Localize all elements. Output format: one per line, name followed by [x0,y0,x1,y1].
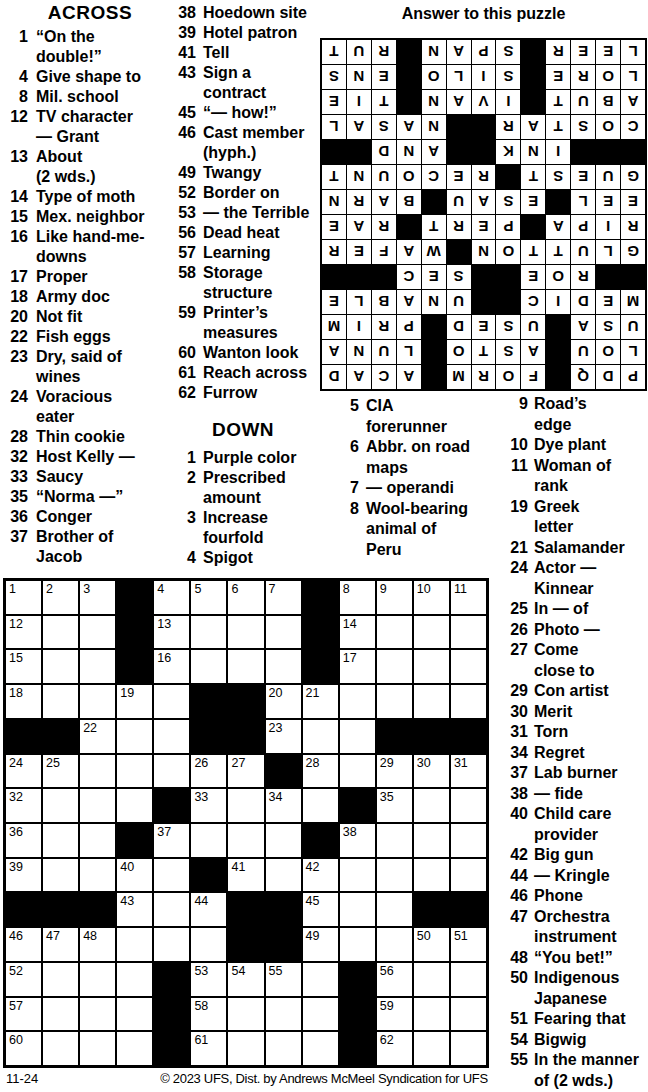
grid-cell-r6c7[interactable]: 27 [228,755,263,788]
clue-text: Tell [203,43,317,63]
clue-number: 5 [333,396,359,417]
grid-cell-r1c13[interactable]: 11 [451,581,486,614]
cell-number: 18 [9,686,23,700]
grid-cell-r8c2[interactable] [43,824,78,857]
cell-number: 54 [231,964,245,978]
grid-cell-r6c9[interactable]: 28 [303,755,338,788]
black-cell-r10c1 [6,893,41,926]
clue-down-6: 6Abbr. on road maps [333,437,498,478]
clue-text: Dye plant [534,435,646,456]
clue-number: 50 [502,968,528,989]
clue-text: Child care provider [534,804,646,845]
grid-cell-r9c2[interactable] [43,859,78,892]
clue-number: 32 [2,447,28,467]
cell-number: 57 [9,999,23,1013]
clue-number: 49 [170,163,196,183]
cell-number: 62 [380,1033,394,1047]
grid-cell-r10c5[interactable] [154,893,189,926]
cell-number: 10 [417,582,431,596]
grid-cell-r10c10[interactable] [340,893,375,926]
puzzle-grid: 1234567891011121314151617181920212223242… [3,578,489,1068]
grid-cell-r11c5[interactable] [154,928,189,961]
grid-cell-r7c6[interactable]: 33 [191,789,226,822]
grid-cell-r10c4[interactable]: 43 [117,893,152,926]
cell-number: 17 [343,651,357,665]
clue-down-1: 1Purple color [170,448,317,468]
across-header: ACROSS [20,2,160,24]
grid-cell-r7c12[interactable] [414,789,449,822]
answer-cell-r9c11: U [372,165,396,189]
grid-cell-r12c6[interactable]: 53 [191,963,226,996]
answer-cell-r8c13: N [322,190,346,214]
answer-cell-r12c12: I [347,90,371,114]
answer-cell-r11c2: O [596,115,620,139]
grid-cell-r4c8[interactable]: 20 [266,685,301,718]
grid-cell-r7c11[interactable]: 35 [377,789,412,822]
grid-cell-r4c3[interactable] [80,685,115,718]
clue-across-12: 12TV character — Grant [2,107,156,147]
grid-cell-r5c9[interactable] [303,720,338,753]
clue-number: 31 [502,722,528,743]
clue-down-9: 9Road’s edge [502,394,646,435]
answer-cell-r1c13: D [322,365,346,389]
grid-cell-r1c5[interactable]: 4 [154,581,189,614]
grid-cell-r9c8[interactable] [266,859,301,892]
grid-cell-r13c2[interactable] [43,998,78,1031]
grid-cell-r11c12[interactable]: 50 [414,928,449,961]
answer-cell-r4c1: M [621,290,645,314]
grid-cell-r9c4[interactable]: 40 [117,859,152,892]
grid-cell-r3c5[interactable]: 16 [154,650,189,683]
grid-cell-r1c7[interactable]: 6 [228,581,263,614]
clue-across-23: 23Dry, said of wines [2,347,156,387]
clue-number: 58 [170,263,196,283]
clue-across-14: 14Type of moth [2,187,156,207]
grid-cell-r4c4[interactable]: 19 [117,685,152,718]
grid-cell-r12c1[interactable]: 52 [6,963,41,996]
cell-number: 51 [454,929,468,943]
clue-text: — Kringle [534,866,646,887]
answer-cell-r5c3: R [571,265,595,289]
clue-text: Mil. school [36,87,156,107]
answer-cell-r10c10: N [397,140,421,164]
answer-cell-r11c10: A [397,115,421,139]
answer-cell-r3c13: M [322,315,346,339]
answer-cell-r13c12: N [347,65,371,89]
grid-cell-r11c3[interactable]: 48 [80,928,115,961]
black-cell-r5c2 [43,720,78,753]
black-cell-r3c9 [303,650,338,683]
grid-cell-r14c7[interactable] [228,1032,263,1065]
answer-cell-r9c8: E [447,165,471,189]
clue-across-22: 22Fish eggs [2,327,156,347]
grid-cell-r11c4[interactable] [117,928,152,961]
clue-down-42: 42Big gun [502,845,646,866]
black-cell-r10c2 [43,893,78,926]
grid-cell-r2c11[interactable] [377,616,412,649]
grid-cell-r6c4[interactable] [117,755,152,788]
grid-cell-r2c7[interactable] [228,616,263,649]
black-cell-r4c6 [191,685,226,718]
answer-cell-r9c12: N [347,165,371,189]
grid-cell-r12c12[interactable] [414,963,449,996]
grid-cell-r12c8[interactable]: 55 [266,963,301,996]
grid-cell-r4c10[interactable] [340,685,375,718]
answer-cell-r13c2: O [596,65,620,89]
grid-cell-r4c11[interactable] [377,685,412,718]
grid-cell-r3c11[interactable] [377,650,412,683]
grid-cell-r11c9[interactable]: 49 [303,928,338,961]
clue-text: Lab burner [534,763,646,784]
clue-number: 28 [2,427,28,447]
grid-cell-r13c11[interactable]: 59 [377,998,412,1031]
grid-cell-r8c6[interactable] [191,824,226,857]
grid-cell-r14c12[interactable] [414,1032,449,1065]
grid-cell-r13c12[interactable] [414,998,449,1031]
grid-cell-r4c5[interactable] [154,685,189,718]
grid-cell-r7c1[interactable]: 32 [6,789,41,822]
grid-cell-r3c2[interactable] [43,650,78,683]
grid-cell-r4c13[interactable] [451,685,486,718]
answer-cell-r14c2: E [596,40,620,64]
crossword-page: ACROSS 1“On the double!”4Give shape to8M… [0,0,648,1092]
grid-cell-r11c6[interactable] [191,928,226,961]
grid-cell-r2c3[interactable] [80,616,115,649]
answer-cell-r10c4: I [546,140,570,164]
answer-cell-r2c8: O [447,340,471,364]
answer-cell-r14c12: U [347,40,371,64]
clue-number: 55 [502,1050,528,1071]
grid-cell-r6c13[interactable]: 31 [451,755,486,788]
grid-cell-r6c2[interactable]: 25 [43,755,78,788]
grid-cell-r6c3[interactable] [80,755,115,788]
grid-cell-r3c10[interactable]: 17 [340,650,375,683]
clue-down-3: 3Increase fourfold [170,508,317,548]
answer-cell-r9c10: O [397,165,421,189]
clue-number: 1 [2,27,28,47]
cell-number: 6 [231,582,238,596]
black-cell-r12c5 [154,963,189,996]
grid-cell-r6c11[interactable]: 29 [377,755,412,788]
grid-cell-r8c11[interactable] [377,824,412,857]
clue-down-31: 31Torn [502,722,646,743]
black-cell-r5c1 [6,720,41,753]
black-cell-r1c9 [303,581,338,614]
grid-cell-r9c3[interactable] [80,859,115,892]
grid-cell-r1c3[interactable]: 3 [80,581,115,614]
answer-cell-r8c7: A [472,190,496,214]
grid-cell-r11c11[interactable] [377,928,412,961]
grid-cell-r6c5[interactable] [154,755,189,788]
grid-cell-r4c12[interactable] [414,685,449,718]
black-cell-r13c10 [397,65,421,89]
grid-cell-r3c8[interactable] [266,650,301,683]
answer-cell-r4c13: E [322,290,346,314]
answer-cell-r14c1: L [621,40,645,64]
grid-cell-r7c8[interactable]: 34 [266,789,301,822]
cell-number: 34 [269,790,283,804]
grid-cell-r1c12[interactable]: 10 [414,581,449,614]
answer-cell-r4c10: A [397,290,421,314]
clue-across-24: 24Voracious eater [2,387,156,427]
grid-cell-r2c1[interactable]: 12 [6,616,41,649]
grid-cell-r8c10[interactable]: 38 [340,824,375,857]
clue-text: Army doc [36,287,156,307]
grid-cell-r14c9[interactable] [303,1032,338,1065]
grid-cell-r14c8[interactable] [266,1032,301,1065]
answer-cell-r1c3: Q [571,365,595,389]
clue-across-57: 57Learning [170,243,317,263]
grid-cell-r2c5[interactable]: 13 [154,616,189,649]
clue-across-60: 60Wanton look [170,343,317,363]
answer-cell-r13c4: E [546,65,570,89]
clue-number: 46 [170,123,196,143]
clue-number: 38 [170,3,196,23]
grid-cell-r7c9[interactable] [303,789,338,822]
clue-text: Bigwig [534,1030,646,1051]
answer-cell-r8c8: U [447,190,471,214]
clue-number: 16 [2,227,28,247]
grid-cell-r7c4[interactable] [117,789,152,822]
grid-cell-r7c3[interactable] [80,789,115,822]
clue-number: 37 [2,527,28,547]
grid-cell-r6c10[interactable] [340,755,375,788]
cell-number: 2 [46,582,53,596]
clue-across-28: 28Thin cookie [2,427,156,447]
black-cell-r5c11 [377,720,412,753]
grid-cell-r9c11[interactable] [377,859,412,892]
grid-cell-r1c11[interactable]: 9 [377,581,412,614]
grid-cell-r6c12[interactable]: 30 [414,755,449,788]
grid-cell-r3c3[interactable] [80,650,115,683]
cell-number: 24 [9,756,23,770]
grid-cell-r10c6[interactable]: 44 [191,893,226,926]
grid-cell-r3c12[interactable] [414,650,449,683]
answer-cell-r6c11: F [372,240,396,264]
grid-cell-r5c4[interactable] [117,720,152,753]
answer-cell-r8c11: A [372,190,396,214]
grid-cell-r8c13[interactable] [451,824,486,857]
grid-cell-r2c10[interactable]: 14 [340,616,375,649]
grid-cell-r13c4[interactable] [117,998,152,1031]
grid-cell-r12c7[interactable]: 54 [228,963,263,996]
cell-number: 25 [46,756,60,770]
clue-across-13: 13About (2 wds.) [2,147,156,187]
grid-cell-r11c1[interactable]: 46 [6,928,41,961]
clue-number: 52 [170,183,196,203]
black-cell-r5c6 [191,720,226,753]
grid-cell-r12c2[interactable] [43,963,78,996]
black-cell-r6c8 [266,755,301,788]
grid-cell-r13c9[interactable] [303,998,338,1031]
grid-cell-r7c2[interactable] [43,789,78,822]
grid-cell-r9c13[interactable] [451,859,486,892]
grid-cell-r3c1[interactable]: 15 [6,650,41,683]
cell-number: 28 [306,756,320,770]
grid-cell-r12c9[interactable] [303,963,338,996]
grid-cell-r8c1[interactable]: 36 [6,824,41,857]
cell-number: 39 [9,860,23,874]
clue-text: Road’s edge [534,394,646,435]
black-cell-r9c6 [496,165,520,189]
clue-number: 60 [170,343,196,363]
grid-cell-r14c6[interactable]: 61 [191,1032,226,1065]
grid-cell-r1c1[interactable]: 1 [6,581,41,614]
answer-cell-r14c3: E [571,40,595,64]
grid-cell-r14c11[interactable]: 62 [377,1032,412,1065]
clue-text: — operandi [366,478,498,499]
answer-cell-r12c9: N [422,90,446,114]
clue-across-33: 33Saucy [2,467,156,487]
grid-cell-r2c2[interactable] [43,616,78,649]
grid-cell-r13c3[interactable] [80,998,115,1031]
grid-cell-r8c12[interactable] [414,824,449,857]
grid-cell-r10c11[interactable] [377,893,412,926]
grid-cell-r9c9[interactable]: 42 [303,859,338,892]
grid-cell-r7c7[interactable] [228,789,263,822]
grid-cell-r9c1[interactable]: 39 [6,859,41,892]
down-header: DOWN [173,419,313,441]
grid-cell-r13c1[interactable]: 57 [6,998,41,1031]
grid-cell-r10c9[interactable]: 45 [303,893,338,926]
answer-cell-r8c3: L [571,190,595,214]
black-cell-r10c8 [447,140,471,164]
grid-cell-r7c13[interactable] [451,789,486,822]
grid-cell-r13c7[interactable] [228,998,263,1031]
grid-cell-r5c3[interactable]: 22 [80,720,115,753]
answer-cell-r10c5: N [521,140,545,164]
clue-text: Dry, said of wines [36,347,156,387]
answer-cell-r2c1: L [621,340,645,364]
black-cell-r8c9 [422,190,446,214]
grid-cell-r3c6[interactable] [191,650,226,683]
grid-cell-r1c2[interactable]: 2 [43,581,78,614]
grid-cell-r12c11[interactable]: 56 [377,963,412,996]
grid-cell-r13c8[interactable] [266,998,301,1031]
clue-number: 41 [170,43,196,63]
grid-cell-r2c6[interactable] [191,616,226,649]
grid-cell-r14c2[interactable] [43,1032,78,1065]
answer-cell-r14c6: S [496,40,520,64]
cell-number: 33 [194,790,208,804]
grid-cell-r9c5[interactable] [154,859,189,892]
black-cell-r7c10 [340,789,375,822]
clue-across-35: 35“Norma —” [2,487,156,507]
clue-across-43: 43Sign a contract [170,63,317,103]
grid-cell-r4c9[interactable]: 21 [303,685,338,718]
clue-text: Cast member (hyph.) [203,123,317,163]
grid-cell-r5c10[interactable] [340,720,375,753]
grid-cell-r14c3[interactable] [80,1032,115,1065]
answer-cell-r8c1: E [621,190,645,214]
grid-cell-r14c4[interactable] [117,1032,152,1065]
clue-text: CIA forerunner [366,396,498,437]
grid-cell-r13c6[interactable]: 58 [191,998,226,1031]
grid-cell-r5c8[interactable]: 23 [266,720,301,753]
answer-panel-title: Answer to this puzzle [320,5,647,23]
grid-cell-r1c8[interactable]: 7 [266,581,301,614]
clue-across-18: 18Army doc [2,287,156,307]
grid-cell-r11c2[interactable]: 47 [43,928,78,961]
grid-cell-r14c1[interactable]: 60 [6,1032,41,1065]
grid-cell-r3c7[interactable] [228,650,263,683]
grid-cell-r13c13[interactable] [451,998,486,1031]
black-cell-r14c5 [154,1032,189,1065]
answer-cell-r12c11: T [372,90,396,114]
answer-cell-r1c2: D [596,365,620,389]
grid-cell-r11c10[interactable] [340,928,375,961]
cell-number: 7 [269,582,276,596]
black-cell-r10c1 [621,140,645,164]
grid-cell-r1c10[interactable]: 8 [340,581,375,614]
black-cell-r3c4 [546,315,570,339]
grid-cell-r3c13[interactable] [451,650,486,683]
clue-number: 45 [170,103,196,123]
clue-number: 17 [2,267,28,287]
answer-cell-r2c3: U [571,340,595,364]
grid-cell-r8c3[interactable] [80,824,115,857]
answer-cell-r7c9: T [422,215,446,239]
clue-text: Wanton look [203,343,317,363]
answer-cell-r7c11: R [372,215,396,239]
answer-cell-r7c7: E [472,215,496,239]
clue-number: 53 [170,203,196,223]
grid-cell-r9c7[interactable]: 41 [228,859,263,892]
grid-cell-r4c1[interactable]: 18 [6,685,41,718]
answer-cell-r9c7: R [472,165,496,189]
clue-across-39: 39Hotel patron [170,23,317,43]
grid-cell-r12c13[interactable] [451,963,486,996]
grid-cell-r4c2[interactable] [43,685,78,718]
answer-cell-r14c4: R [546,40,570,64]
grid-cell-r8c5[interactable]: 37 [154,824,189,857]
down-clues-column-2: 5CIA forerunner6Abbr. on road maps7— ope… [333,396,498,560]
cell-number: 4 [157,582,164,596]
clue-across-52: 52Border on [170,183,317,203]
grid-cell-r12c3[interactable] [80,963,115,996]
cell-number: 60 [9,1033,23,1047]
grid-cell-r8c8[interactable] [266,824,301,857]
clue-text: Purple color [203,448,317,468]
black-cell-r13c5 [521,65,545,89]
grid-cell-r9c12[interactable] [414,859,449,892]
grid-cell-r11c13[interactable]: 51 [451,928,486,961]
grid-cell-r5c5[interactable] [154,720,189,753]
grid-cell-r2c12[interactable] [414,616,449,649]
grid-cell-r1c6[interactable]: 5 [191,581,226,614]
cell-number: 38 [343,825,357,839]
grid-cell-r9c10[interactable] [340,859,375,892]
grid-cell-r8c7[interactable] [228,824,263,857]
grid-cell-r6c1[interactable]: 24 [6,755,41,788]
cell-number: 32 [9,790,23,804]
grid-cell-r14c13[interactable] [451,1032,486,1065]
black-cell-r12c5 [521,90,545,114]
grid-cell-r12c4[interactable] [117,963,152,996]
grid-cell-r2c13[interactable] [451,616,486,649]
cell-number: 55 [269,964,283,978]
clue-across-59: 59Printer’s measures [170,303,317,343]
clue-number: 62 [170,383,196,403]
clue-down-7: 7— operandi [333,478,498,499]
clue-text: Proper [36,267,156,287]
grid-cell-r6c6[interactable]: 26 [191,755,226,788]
answer-cell-r5c9: E [422,265,446,289]
black-cell-r5c7 [228,720,263,753]
grid-cell-r2c8[interactable] [266,616,301,649]
answer-cell-r2c6: S [496,340,520,364]
clue-text: Printer’s measures [203,303,317,343]
